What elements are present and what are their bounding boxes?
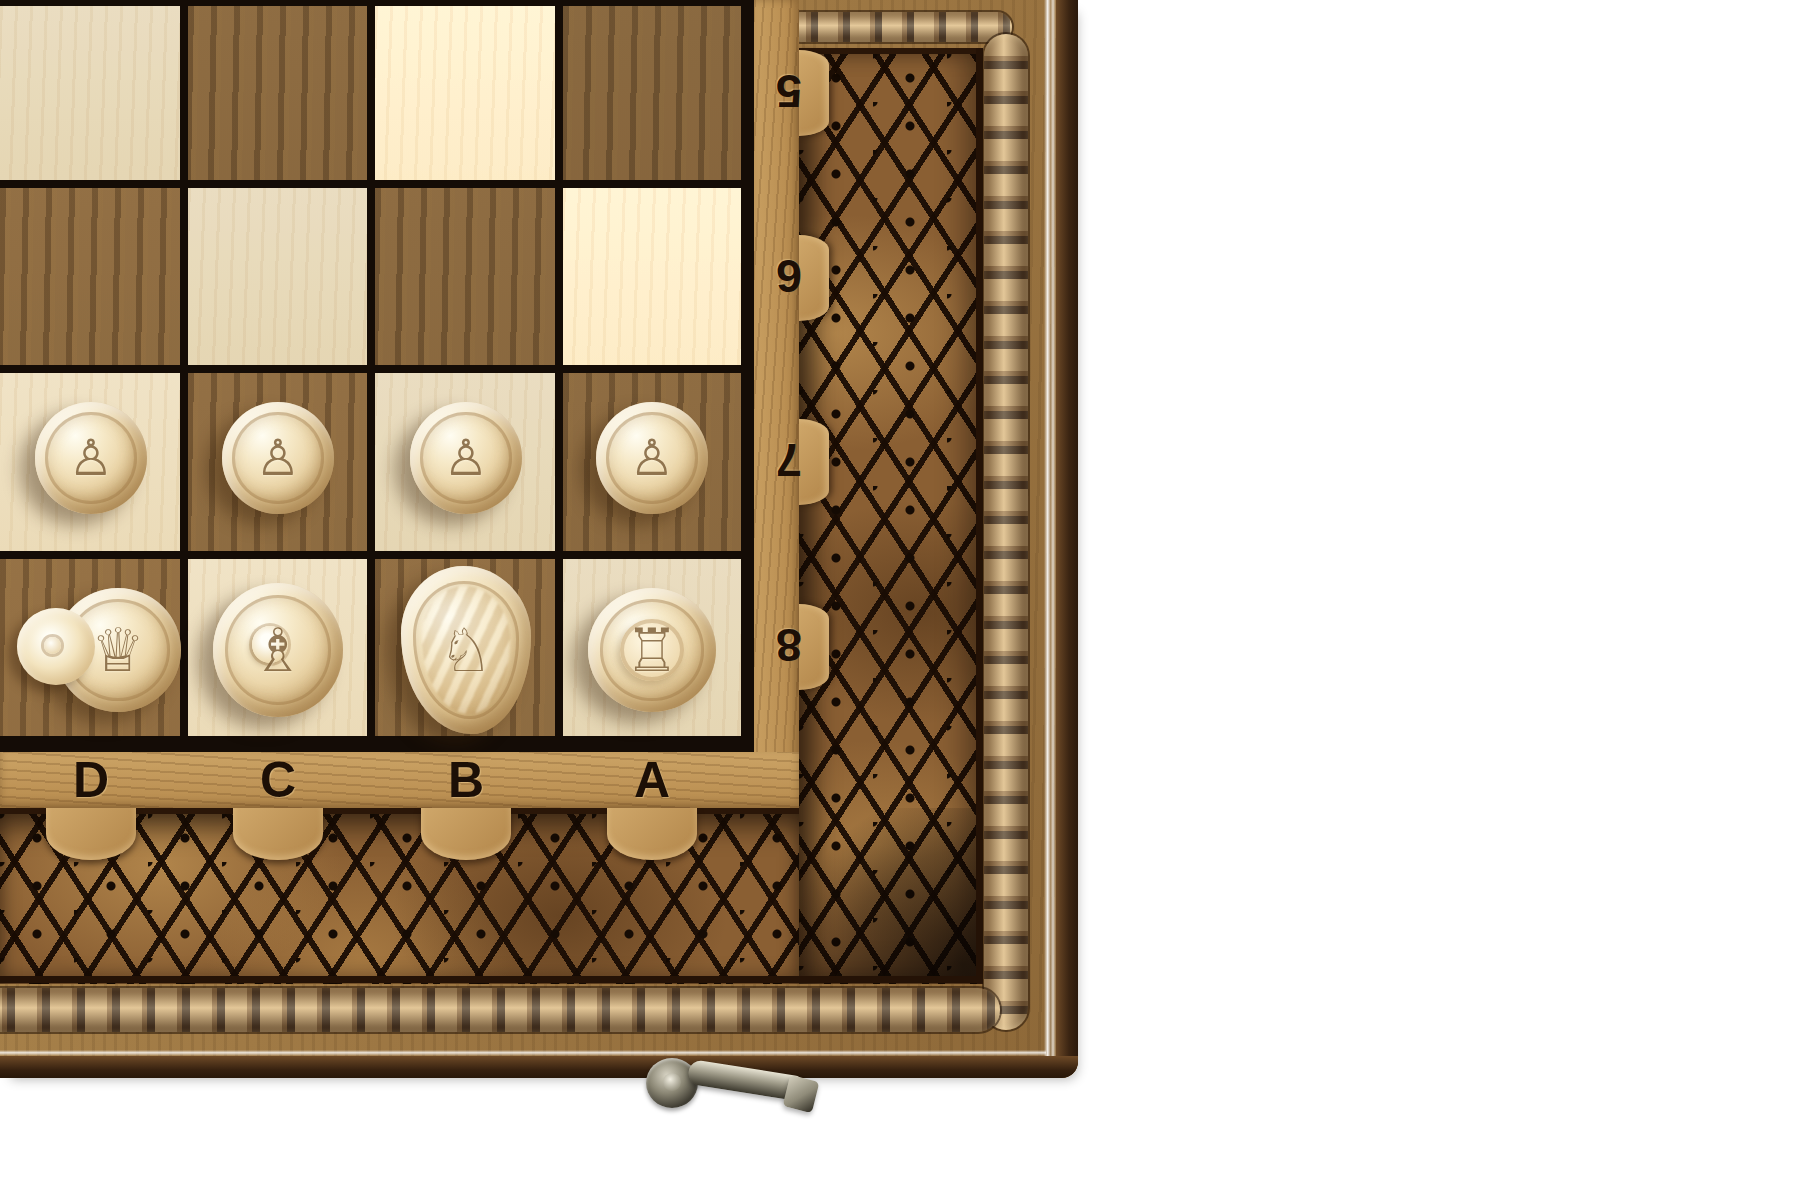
piece-c8-bishop[interactable]: ♗: [213, 583, 343, 717]
piece-a8-rook[interactable]: ♖: [588, 588, 716, 712]
rank-label-7: 7: [776, 433, 802, 488]
rope-border-right: [984, 34, 1028, 1030]
coordinate-strip-ranks: [754, 0, 799, 808]
pawn-glyph: ♙: [410, 402, 522, 514]
photo-canvas: 5678DCBA ♙♙♙♙♕♗♘♖: [0, 0, 1800, 1200]
square-b5[interactable]: [375, 6, 555, 180]
bishop-glyph: ♗: [213, 583, 343, 717]
square-c6[interactable]: [188, 188, 367, 365]
piece-b8-knight[interactable]: ♘: [401, 566, 531, 734]
rank-label-6: 6: [776, 249, 802, 304]
file-label-b: B: [448, 751, 484, 809]
scallop-rank-6: [799, 235, 829, 321]
piece-d7-pawn[interactable]: ♙: [35, 402, 147, 514]
edge-highlight-right: [1044, 0, 1056, 1062]
carved-lattice-right: [799, 48, 983, 984]
scallop-file-b: [421, 808, 511, 860]
file-label-d: D: [73, 751, 109, 809]
box-edge-right: [1056, 0, 1078, 1078]
square-a6[interactable]: [563, 188, 741, 365]
carved-groove-bottom: [0, 976, 983, 983]
pawn-glyph: ♙: [596, 402, 708, 514]
piece-c7-pawn[interactable]: ♙: [222, 402, 334, 514]
pawn-glyph: ♙: [35, 402, 147, 514]
piece-b7-pawn[interactable]: ♙: [410, 402, 522, 514]
knight-glyph: ♘: [401, 566, 531, 734]
rank-label-8: 8: [776, 618, 802, 673]
square-b6[interactable]: [375, 188, 555, 365]
carved-groove-right: [976, 48, 983, 983]
queen-glyph: ♕: [55, 588, 181, 712]
square-d6[interactable]: [0, 188, 180, 365]
file-label-c: C: [260, 751, 296, 809]
clasp-hook: [783, 1075, 820, 1113]
coordinate-strip-files: [0, 752, 799, 808]
square-a5[interactable]: [563, 6, 741, 180]
scallop-rank-5: [799, 50, 829, 136]
scallop-file-d: [46, 808, 136, 860]
square-c5[interactable]: [188, 6, 367, 180]
rope-border-top: [786, 12, 1012, 42]
box-edge-bottom: [0, 1056, 1078, 1078]
rank-label-5: 5: [776, 64, 802, 119]
file-label-a: A: [634, 751, 670, 809]
scallop-rank-8: [799, 604, 829, 690]
rope-border-bottom: [0, 988, 1000, 1032]
scallop-file-c: [233, 808, 323, 860]
scallop-rank-7: [799, 419, 829, 505]
rook-glyph: ♖: [588, 588, 716, 712]
piece-d8-queen[interactable]: ♕: [55, 588, 181, 712]
scallop-file-a: [607, 808, 697, 860]
square-d5[interactable]: [0, 6, 180, 180]
pawn-glyph: ♙: [222, 402, 334, 514]
chess-box: 5678DCBA ♙♙♙♙♕♗♘♖: [0, 0, 1078, 1078]
piece-a7-pawn[interactable]: ♙: [596, 402, 708, 514]
